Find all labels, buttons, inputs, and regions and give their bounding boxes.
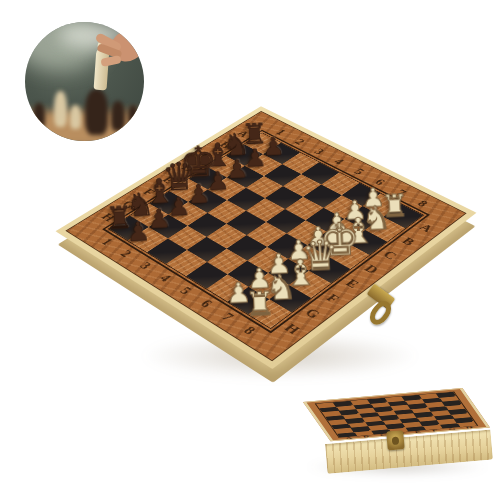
board-top-face: 12345678 12345678 ABCDEFGH ABCDEFGH ♜♟♟♜… [55, 106, 476, 369]
folded-box-letter: G [443, 427, 462, 431]
chess-board: 12345678 12345678 ABCDEFGH ABCDEFGH ♜♟♟♜… [55, 106, 476, 369]
brass-clasp [362, 288, 406, 336]
folded-box-letter: A [340, 436, 359, 440]
folded-box-clasp [386, 430, 405, 450]
piece-white-rook: ♜ [245, 287, 276, 321]
folded-box-letter: B [357, 435, 376, 439]
folded-box-letter: H [460, 426, 479, 430]
inset-blurred-dark-piece [33, 103, 45, 129]
product-photo: 12345678 12345678 ABCDEFGH ABCDEFGH ♜♟♟♜… [0, 0, 500, 488]
inset-hand-wrist [129, 22, 144, 44]
piece-black-pawn: ♟ [126, 218, 151, 245]
folded-box: ABCDEFGH [297, 392, 500, 487]
inset-blurred-dark-piece [85, 89, 108, 135]
coordinate-label: 3 [124, 253, 166, 280]
folded-box-letter: E [408, 430, 427, 434]
inset-blurred-light-piece [70, 105, 81, 129]
inset-blurred-light-piece [54, 91, 67, 127]
board-border: 12345678 12345678 ABCDEFGH ABCDEFGH ♜♟♟♜… [65, 111, 466, 361]
folded-box-letter: F [426, 429, 445, 433]
